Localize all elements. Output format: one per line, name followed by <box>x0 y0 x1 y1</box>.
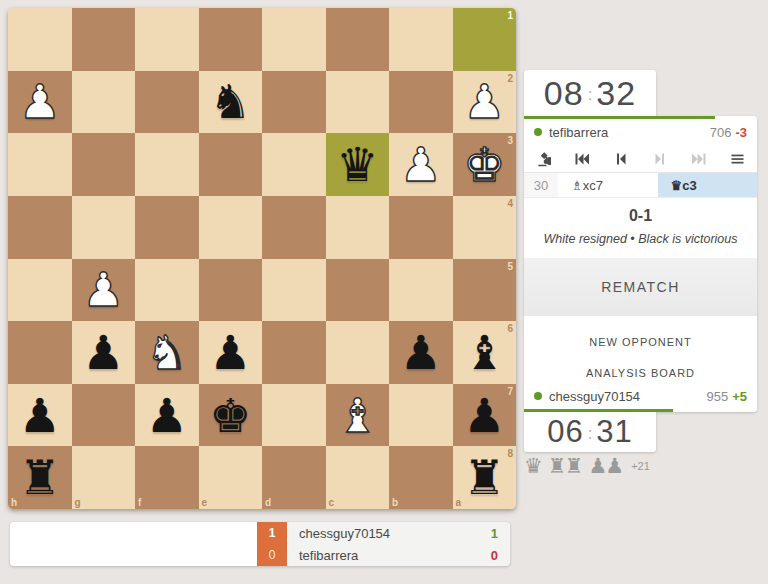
square-a7[interactable]: 7♟ <box>453 384 517 447</box>
first-move-icon[interactable] <box>563 145 602 172</box>
board-container: 1♟♞2♟♛♟3♚4♟5♟♞♟♟6♝♟♟♚♝7♟h♜gfedcb8a♜ <box>8 8 516 509</box>
square-h4[interactable] <box>8 196 72 259</box>
square-g2[interactable] <box>72 71 136 134</box>
square-f8[interactable]: f <box>135 446 199 509</box>
crosstable-players: chessguy70154 1 tefibarrera 0 <box>287 522 510 566</box>
file-label: a <box>456 497 462 508</box>
rank-label: 6 <box>507 323 513 334</box>
square-b4[interactable] <box>389 196 453 259</box>
rank-label: 5 <box>507 261 513 272</box>
square-d8[interactable]: d <box>262 446 326 509</box>
black-knight-piece[interactable]: ♞ <box>199 71 263 134</box>
rank-label: 4 <box>507 198 513 209</box>
analysis-microscope-icon[interactable] <box>524 145 563 172</box>
square-b3[interactable]: ♟ <box>389 133 453 196</box>
crosstable-current-game-column[interactable]: 1 0 <box>257 522 287 566</box>
online-indicator-icon <box>534 392 542 400</box>
square-f1[interactable] <box>135 8 199 71</box>
result-block: 0-1 White resigned • Black is victorious <box>524 198 757 258</box>
black-king-piece[interactable]: ♚ <box>199 384 263 447</box>
bottom-player-name[interactable]: chessguy70154 <box>549 389 640 404</box>
square-f7[interactable]: ♟ <box>135 384 199 447</box>
move-list-row: 30 ♗xc7 ♛c3 <box>524 173 757 198</box>
file-label: e <box>202 497 208 508</box>
square-f3[interactable] <box>135 133 199 196</box>
clock-separator: : <box>588 420 593 444</box>
square-e3[interactable] <box>199 133 263 196</box>
square-h1[interactable] <box>8 8 72 71</box>
square-h7[interactable]: ♟ <box>8 384 72 447</box>
square-b5[interactable] <box>389 259 453 322</box>
square-h8[interactable]: h♜ <box>8 446 72 509</box>
next-move-icon[interactable] <box>640 145 679 172</box>
last-move-icon[interactable] <box>679 145 718 172</box>
crosstable: 1 0 chessguy70154 1 tefibarrera 0 <box>10 522 510 566</box>
white-bishop-piece[interactable]: ♝ <box>326 384 390 447</box>
crosstable-total-score: 1 <box>491 526 498 541</box>
material-advantage: +21 <box>631 460 650 472</box>
top-player-row[interactable]: tefibarrera 706 -3 <box>524 119 757 145</box>
square-c2[interactable] <box>326 71 390 134</box>
square-d7[interactable] <box>262 384 326 447</box>
square-d5[interactable] <box>262 259 326 322</box>
menu-icon[interactable] <box>718 145 757 172</box>
square-d4[interactable] <box>262 196 326 259</box>
square-a4[interactable]: 4 <box>453 196 517 259</box>
captured-pieces: ♛ ♜♜ ♟♟ +21 <box>524 453 650 479</box>
square-f5[interactable] <box>135 259 199 322</box>
square-g5[interactable]: ♟ <box>72 259 136 322</box>
black-pawn-piece[interactable]: ♟ <box>135 384 199 447</box>
square-a6[interactable]: 6♝ <box>453 321 517 384</box>
square-a1[interactable]: 1 <box>453 8 517 71</box>
square-h2[interactable]: ♟ <box>8 71 72 134</box>
clock-minutes: 06 <box>547 414 583 450</box>
square-g8[interactable]: g <box>72 446 136 509</box>
square-c1[interactable] <box>326 8 390 71</box>
online-indicator-icon <box>534 128 542 136</box>
square-g4[interactable] <box>72 196 136 259</box>
move-number: 30 <box>524 173 558 197</box>
file-label: h <box>11 497 17 508</box>
result-description: White resigned • Black is victorious <box>530 232 751 246</box>
square-h5[interactable] <box>8 259 72 322</box>
square-c6[interactable] <box>326 321 390 384</box>
square-e1[interactable] <box>199 8 263 71</box>
square-c4[interactable] <box>326 196 390 259</box>
captured-queen-icon: ♛ <box>524 454 541 478</box>
game-score-winner: 1 <box>257 522 287 544</box>
file-label: d <box>265 497 271 508</box>
clock-seconds: 31 <box>596 414 632 450</box>
square-g1[interactable] <box>72 8 136 71</box>
black-queen-piece[interactable]: ♛ <box>326 133 390 196</box>
square-a5[interactable]: 5 <box>453 259 517 322</box>
square-c7[interactable]: ♝ <box>326 384 390 447</box>
black-pawn-piece[interactable]: ♟ <box>72 321 136 384</box>
white-move[interactable]: ♗xc7 <box>558 173 658 197</box>
rank-label: 2 <box>507 73 513 84</box>
file-label: c <box>329 497 335 508</box>
bottom-player-row[interactable]: chessguy70154 955 +5 <box>524 383 757 409</box>
square-b6[interactable]: ♟ <box>389 321 453 384</box>
black-pawn-piece[interactable]: ♟ <box>389 321 453 384</box>
rank-label: 3 <box>507 135 513 146</box>
square-e7[interactable]: ♚ <box>199 384 263 447</box>
square-g7[interactable] <box>72 384 136 447</box>
previous-move-icon[interactable] <box>602 145 641 172</box>
square-e8[interactable]: e <box>199 446 263 509</box>
white-pawn-piece[interactable]: ♟ <box>72 259 136 322</box>
game-page: 1♟♞2♟♛♟3♚4♟5♟♞♟♟6♝♟♟♚♝7♟h♜gfedcb8a♜ 08 :… <box>0 0 768 584</box>
square-e6[interactable]: ♟ <box>199 321 263 384</box>
clock-minutes: 08 <box>544 74 584 113</box>
square-a3[interactable]: 3♚ <box>453 133 517 196</box>
captured-pawns-icon: ♟♟ <box>588 454 622 478</box>
square-f4[interactable] <box>135 196 199 259</box>
square-d2[interactable] <box>262 71 326 134</box>
white-pawn-piece[interactable]: ♟ <box>389 133 453 196</box>
black-move-selected[interactable]: ♛c3 <box>658 173 758 197</box>
square-g3[interactable] <box>72 133 136 196</box>
top-player-clock: 08 : 32 <box>524 70 656 116</box>
square-d3[interactable] <box>262 133 326 196</box>
square-f6[interactable]: ♞ <box>135 321 199 384</box>
clock-seconds: 32 <box>596 74 636 113</box>
square-g6[interactable]: ♟ <box>72 321 136 384</box>
file-label: f <box>138 497 141 508</box>
top-player-rating-diff: -3 <box>735 125 747 140</box>
rematch-button[interactable]: REMATCH <box>524 258 757 316</box>
rank-label: 8 <box>507 448 513 459</box>
white-knight-piece[interactable]: ♞ <box>135 321 199 384</box>
square-h3[interactable] <box>8 133 72 196</box>
square-e4[interactable] <box>199 196 263 259</box>
new-opponent-button[interactable]: NEW OPPONENT <box>524 332 757 352</box>
game-side-panel: tefibarrera 706 -3 <box>524 116 757 412</box>
top-player-name[interactable]: tefibarrera <box>549 125 608 140</box>
square-f2[interactable] <box>135 71 199 134</box>
black-pawn-piece[interactable]: ♟ <box>199 321 263 384</box>
square-e2[interactable]: ♞ <box>199 71 263 134</box>
square-d1[interactable] <box>262 8 326 71</box>
crosstable-player-name[interactable]: chessguy70154 <box>299 526 390 541</box>
crosstable-row[interactable]: chessguy70154 1 <box>287 522 510 544</box>
crosstable-row[interactable]: tefibarrera 0 <box>287 544 510 566</box>
square-c5[interactable] <box>326 259 390 322</box>
result-score: 0-1 <box>530 207 751 225</box>
bottom-player-rating-diff: +5 <box>732 389 747 404</box>
square-e5[interactable] <box>199 259 263 322</box>
square-a2[interactable]: 2♟ <box>453 71 517 134</box>
game-score-loser: 0 <box>257 544 287 566</box>
black-pawn-piece[interactable]: ♟ <box>8 384 72 447</box>
move-navigation-bar <box>524 145 757 173</box>
captured-rooks-icon: ♜♜ <box>548 454 582 478</box>
crosstable-total-score: 0 <box>491 548 498 563</box>
analysis-board-button[interactable]: ANALYSIS BOARD <box>524 363 757 383</box>
file-label: b <box>392 497 398 508</box>
black-rook-piece[interactable]: ♜ <box>8 446 72 509</box>
square-d6[interactable] <box>262 321 326 384</box>
rank-label: 1 <box>507 10 513 21</box>
square-b8[interactable]: b <box>389 446 453 509</box>
bottom-player-clock: 06 : 31 <box>524 412 656 452</box>
square-h6[interactable] <box>8 321 72 384</box>
square-c3[interactable]: ♛ <box>326 133 390 196</box>
rank-label: 7 <box>507 386 513 397</box>
square-b2[interactable] <box>389 71 453 134</box>
square-b7[interactable] <box>389 384 453 447</box>
square-b1[interactable] <box>389 8 453 71</box>
top-player-rating: 706 <box>710 125 732 140</box>
crosstable-player-name[interactable]: tefibarrera <box>299 548 358 563</box>
bottom-player-rating: 955 <box>706 389 728 404</box>
clock-separator: : <box>588 81 593 105</box>
square-c8[interactable]: c <box>326 446 390 509</box>
chat-input[interactable] <box>10 522 257 566</box>
square-a8[interactable]: 8a♜ <box>453 446 517 509</box>
file-label: g <box>75 497 81 508</box>
chess-board: 1♟♞2♟♛♟3♚4♟5♟♞♟♟6♝♟♟♚♝7♟h♜gfedcb8a♜ <box>8 8 516 509</box>
white-pawn-piece[interactable]: ♟ <box>8 71 72 134</box>
